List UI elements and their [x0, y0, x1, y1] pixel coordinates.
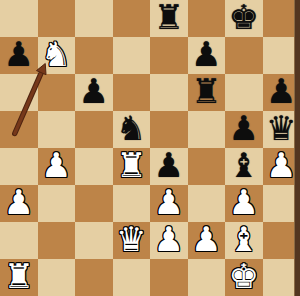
square-g7[interactable] [225, 37, 263, 74]
square-a1[interactable]: ♜ [0, 259, 38, 296]
chess-board: ♜♚♟♞♟♟♜♟♞♟♛♟♜♟♝♟♟♟♟♛♟♟♝♜♚ [0, 0, 300, 296]
square-g4[interactable]: ♝ [225, 148, 263, 185]
piece-black-pawn-f7[interactable]: ♟ [191, 36, 221, 73]
square-d4[interactable]: ♜ [113, 148, 151, 185]
square-f8[interactable] [188, 0, 226, 37]
square-c4[interactable] [75, 148, 113, 185]
square-f6[interactable]: ♜ [188, 74, 226, 111]
piece-black-pawn-e4[interactable]: ♟ [154, 147, 184, 184]
piece-black-rook-e8[interactable]: ♜ [154, 0, 184, 36]
square-d2[interactable]: ♛ [113, 222, 151, 259]
square-f5[interactable] [188, 111, 226, 148]
square-c6[interactable]: ♟ [75, 74, 113, 111]
piece-white-pawn-b4[interactable]: ♟ [41, 147, 71, 184]
square-c1[interactable] [75, 259, 113, 296]
board-edge [294, 0, 300, 296]
square-b6[interactable] [38, 74, 76, 111]
square-a4[interactable] [0, 148, 38, 185]
square-b3[interactable] [38, 185, 76, 222]
square-f1[interactable] [188, 259, 226, 296]
square-a3[interactable]: ♟ [0, 185, 38, 222]
chess-board-wrapper: ♜♚♟♞♟♟♜♟♞♟♛♟♜♟♝♟♟♟♟♛♟♟♝♜♚ [0, 0, 300, 296]
square-a8[interactable] [0, 0, 38, 37]
square-f2[interactable]: ♟ [188, 222, 226, 259]
square-c5[interactable] [75, 111, 113, 148]
square-g6[interactable] [225, 74, 263, 111]
square-g5[interactable]: ♟ [225, 111, 263, 148]
square-e4[interactable]: ♟ [150, 148, 188, 185]
square-a7[interactable]: ♟ [0, 37, 38, 74]
square-b7[interactable]: ♞ [38, 37, 76, 74]
piece-white-pawn-h4[interactable]: ♟ [266, 147, 296, 184]
piece-black-pawn-a7[interactable]: ♟ [4, 36, 34, 73]
square-d1[interactable] [113, 259, 151, 296]
piece-white-pawn-e2[interactable]: ♟ [154, 221, 184, 258]
piece-black-rook-f6[interactable]: ♜ [191, 73, 221, 110]
square-d6[interactable] [113, 74, 151, 111]
square-d8[interactable] [113, 0, 151, 37]
square-b8[interactable] [38, 0, 76, 37]
square-d5[interactable]: ♞ [113, 111, 151, 148]
square-b5[interactable] [38, 111, 76, 148]
square-a6[interactable] [0, 74, 38, 111]
square-d3[interactable] [113, 185, 151, 222]
square-e3[interactable]: ♟ [150, 185, 188, 222]
piece-white-queen-d2[interactable]: ♛ [116, 221, 146, 258]
piece-white-rook-d4[interactable]: ♜ [116, 147, 146, 184]
square-e8[interactable]: ♜ [150, 0, 188, 37]
square-f7[interactable]: ♟ [188, 37, 226, 74]
square-a2[interactable] [0, 222, 38, 259]
piece-black-knight-d5[interactable]: ♞ [116, 110, 146, 147]
square-c3[interactable] [75, 185, 113, 222]
square-b1[interactable] [38, 259, 76, 296]
piece-black-pawn-g5[interactable]: ♟ [229, 110, 259, 147]
piece-black-pawn-h6[interactable]: ♟ [266, 73, 296, 110]
square-f3[interactable] [188, 185, 226, 222]
piece-white-bishop-g2[interactable]: ♝ [229, 221, 259, 258]
piece-white-pawn-g3[interactable]: ♟ [229, 184, 259, 221]
square-e2[interactable]: ♟ [150, 222, 188, 259]
square-c8[interactable] [75, 0, 113, 37]
piece-black-bishop-g4[interactable]: ♝ [229, 147, 259, 184]
square-c7[interactable] [75, 37, 113, 74]
square-g8[interactable]: ♚ [225, 0, 263, 37]
piece-white-pawn-e3[interactable]: ♟ [154, 184, 184, 221]
square-a5[interactable] [0, 111, 38, 148]
square-e6[interactable] [150, 74, 188, 111]
square-b2[interactable] [38, 222, 76, 259]
square-g3[interactable]: ♟ [225, 185, 263, 222]
square-e7[interactable] [150, 37, 188, 74]
piece-white-knight-b7[interactable]: ♞ [41, 36, 71, 73]
square-f4[interactable] [188, 148, 226, 185]
piece-black-queen-h5[interactable]: ♛ [266, 110, 296, 147]
square-c2[interactable] [75, 222, 113, 259]
piece-black-pawn-c6[interactable]: ♟ [79, 73, 109, 110]
square-d7[interactable] [113, 37, 151, 74]
piece-white-pawn-a3[interactable]: ♟ [4, 184, 34, 221]
square-e1[interactable] [150, 259, 188, 296]
piece-white-rook-a1[interactable]: ♜ [4, 258, 34, 295]
piece-black-king-g8[interactable]: ♚ [229, 0, 259, 36]
square-e5[interactable] [150, 111, 188, 148]
piece-white-king-g1[interactable]: ♚ [229, 258, 259, 295]
square-g2[interactable]: ♝ [225, 222, 263, 259]
square-g1[interactable]: ♚ [225, 259, 263, 296]
piece-white-pawn-f2[interactable]: ♟ [191, 221, 221, 258]
square-b4[interactable]: ♟ [38, 148, 76, 185]
